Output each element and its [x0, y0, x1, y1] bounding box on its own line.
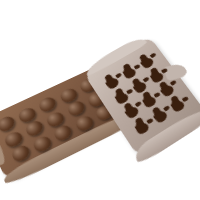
- mold-bump: [37, 95, 58, 113]
- mold-bump: [74, 114, 95, 132]
- figure-silhouette: [130, 115, 150, 135]
- mold-bump: [32, 134, 53, 152]
- figure-silhouette: [167, 93, 187, 113]
- mold-bump: [0, 115, 17, 134]
- product-photo-scene: [0, 0, 200, 200]
